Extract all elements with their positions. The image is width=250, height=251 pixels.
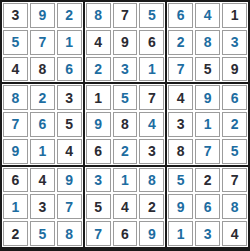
- cell-r9c7[interactable]: 1: [168, 221, 193, 246]
- cell-r7c1[interactable]: 6: [3, 168, 28, 193]
- cell-r3c3[interactable]: 6: [57, 57, 82, 82]
- cell-r9c3[interactable]: 8: [57, 221, 82, 246]
- cell-r6c6[interactable]: 3: [139, 139, 164, 164]
- cell-r1c2[interactable]: 9: [30, 3, 55, 28]
- cell-r1c9[interactable]: 1: [222, 3, 247, 28]
- box-7: 649137258: [2, 167, 83, 247]
- cell-r5c3[interactable]: 5: [57, 112, 82, 137]
- cell-r8c3[interactable]: 7: [57, 194, 82, 219]
- cell-r8c2[interactable]: 3: [30, 194, 55, 219]
- cell-r3c1[interactable]: 4: [3, 57, 28, 82]
- box-8: 318542769: [85, 167, 166, 247]
- cell-r1c4[interactable]: 8: [86, 3, 111, 28]
- cell-r2c9[interactable]: 3: [222, 30, 247, 55]
- box-3: 641283759: [167, 2, 248, 82]
- cell-r1c3[interactable]: 2: [57, 3, 82, 28]
- cell-r8c4[interactable]: 5: [86, 194, 111, 219]
- cell-r5c2[interactable]: 6: [30, 112, 55, 137]
- cell-r2c5[interactable]: 9: [113, 30, 138, 55]
- cell-r9c6[interactable]: 9: [139, 221, 164, 246]
- sudoku-board: 3925714868754962316412837598237659141579…: [0, 0, 250, 251]
- cell-r7c4[interactable]: 3: [86, 168, 111, 193]
- cell-r6c7[interactable]: 8: [168, 139, 193, 164]
- cell-r5c6[interactable]: 4: [139, 112, 164, 137]
- cell-r2c7[interactable]: 2: [168, 30, 193, 55]
- cell-r8c8[interactable]: 6: [195, 194, 220, 219]
- cell-r6c1[interactable]: 9: [3, 139, 28, 164]
- cell-r2c8[interactable]: 8: [195, 30, 220, 55]
- cell-r4c5[interactable]: 5: [113, 85, 138, 110]
- cell-r9c1[interactable]: 2: [3, 221, 28, 246]
- cell-r4c3[interactable]: 3: [57, 85, 82, 110]
- cell-r6c2[interactable]: 1: [30, 139, 55, 164]
- cell-r5c1[interactable]: 7: [3, 112, 28, 137]
- cell-r9c9[interactable]: 4: [222, 221, 247, 246]
- cell-r4c4[interactable]: 1: [86, 85, 111, 110]
- cell-r4c9[interactable]: 6: [222, 85, 247, 110]
- cell-r7c5[interactable]: 1: [113, 168, 138, 193]
- cell-r4c7[interactable]: 4: [168, 85, 193, 110]
- cell-r9c4[interactable]: 7: [86, 221, 111, 246]
- cell-r5c5[interactable]: 8: [113, 112, 138, 137]
- cell-r7c7[interactable]: 5: [168, 168, 193, 193]
- cell-r2c2[interactable]: 7: [30, 30, 55, 55]
- cell-r4c1[interactable]: 8: [3, 85, 28, 110]
- cell-r1c5[interactable]: 7: [113, 3, 138, 28]
- cell-r3c9[interactable]: 9: [222, 57, 247, 82]
- cell-r4c8[interactable]: 9: [195, 85, 220, 110]
- box-9: 527968134: [167, 167, 248, 247]
- cell-r3c7[interactable]: 7: [168, 57, 193, 82]
- cell-r2c4[interactable]: 4: [86, 30, 111, 55]
- box-4: 823765914: [2, 84, 83, 164]
- cell-r4c2[interactable]: 2: [30, 85, 55, 110]
- cell-r6c4[interactable]: 6: [86, 139, 111, 164]
- cell-r6c3[interactable]: 4: [57, 139, 82, 164]
- cell-r3c6[interactable]: 1: [139, 57, 164, 82]
- cell-r1c8[interactable]: 4: [195, 3, 220, 28]
- cell-r3c8[interactable]: 5: [195, 57, 220, 82]
- box-5: 157984623: [85, 84, 166, 164]
- cell-r8c9[interactable]: 8: [222, 194, 247, 219]
- cell-r6c9[interactable]: 5: [222, 139, 247, 164]
- cell-r3c2[interactable]: 8: [30, 57, 55, 82]
- cell-r7c2[interactable]: 4: [30, 168, 55, 193]
- cell-r1c1[interactable]: 3: [3, 3, 28, 28]
- cell-r7c8[interactable]: 2: [195, 168, 220, 193]
- cell-r2c1[interactable]: 5: [3, 30, 28, 55]
- cell-r5c7[interactable]: 3: [168, 112, 193, 137]
- cell-r8c5[interactable]: 4: [113, 194, 138, 219]
- cell-r1c7[interactable]: 6: [168, 3, 193, 28]
- cell-r2c6[interactable]: 6: [139, 30, 164, 55]
- cell-r7c3[interactable]: 9: [57, 168, 82, 193]
- cell-r3c5[interactable]: 3: [113, 57, 138, 82]
- box-6: 496312875: [167, 84, 248, 164]
- cell-r5c8[interactable]: 1: [195, 112, 220, 137]
- cell-r3c4[interactable]: 2: [86, 57, 111, 82]
- cell-r4c6[interactable]: 7: [139, 85, 164, 110]
- cell-r1c6[interactable]: 5: [139, 3, 164, 28]
- cell-r8c6[interactable]: 2: [139, 194, 164, 219]
- cell-r9c2[interactable]: 5: [30, 221, 55, 246]
- cell-r8c1[interactable]: 1: [3, 194, 28, 219]
- cell-r6c8[interactable]: 7: [195, 139, 220, 164]
- box-1: 392571486: [2, 2, 83, 82]
- cell-r9c5[interactable]: 6: [113, 221, 138, 246]
- cell-r7c9[interactable]: 7: [222, 168, 247, 193]
- cell-r5c4[interactable]: 9: [86, 112, 111, 137]
- cell-r9c8[interactable]: 3: [195, 221, 220, 246]
- cell-r6c5[interactable]: 2: [113, 139, 138, 164]
- cell-r2c3[interactable]: 1: [57, 30, 82, 55]
- box-2: 875496231: [85, 2, 166, 82]
- cell-r7c6[interactable]: 8: [139, 168, 164, 193]
- cell-r5c9[interactable]: 2: [222, 112, 247, 137]
- cell-r8c7[interactable]: 9: [168, 194, 193, 219]
